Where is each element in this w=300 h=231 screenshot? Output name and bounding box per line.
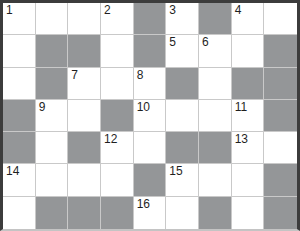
cell-r1c4-block	[134, 35, 167, 67]
cell-r2c5-block	[166, 68, 199, 100]
cell-r1c8-block	[264, 35, 297, 67]
cell-r2c1-block	[36, 68, 69, 100]
clue-number-15: 15	[169, 164, 182, 178]
cell-r5c5[interactable]: 15	[166, 164, 199, 196]
cell-r4c5-block	[166, 132, 199, 164]
clue-number-11: 11	[235, 100, 247, 114]
cell-r0c4-block	[134, 3, 167, 35]
cell-r0c7[interactable]: 4	[232, 3, 265, 35]
cell-r6c7[interactable]	[232, 197, 265, 229]
cell-r5c6[interactable]	[199, 164, 232, 196]
cell-r1c5[interactable]: 5	[166, 35, 199, 67]
clue-number-1: 1	[6, 3, 13, 17]
cell-r3c5[interactable]	[166, 100, 199, 132]
cell-r3c1[interactable]: 9	[36, 100, 69, 132]
cell-r5c7[interactable]	[232, 164, 265, 196]
cell-r2c8-block	[264, 68, 297, 100]
cell-r2c3[interactable]	[101, 68, 134, 100]
clue-number-8: 8	[137, 68, 144, 82]
crossword-grid: 12345678910111213141516	[0, 0, 300, 231]
cell-r2c0[interactable]	[3, 68, 36, 100]
cell-r2c4[interactable]: 8	[134, 68, 167, 100]
clue-number-5: 5	[169, 35, 176, 49]
clue-number-10: 10	[137, 100, 150, 114]
cell-r6c3-block	[101, 197, 134, 229]
clue-number-12: 12	[104, 132, 117, 146]
clue-number-13: 13	[235, 132, 248, 146]
cell-r4c2-block	[68, 132, 101, 164]
cell-r1c2-block	[68, 35, 101, 67]
cell-r3c8-block	[264, 100, 297, 132]
cell-r3c4[interactable]: 10	[134, 100, 167, 132]
cell-r0c2[interactable]	[68, 3, 101, 35]
cell-r4c8[interactable]	[264, 132, 297, 164]
cell-r5c1[interactable]	[36, 164, 69, 196]
cell-r1c1-block	[36, 35, 69, 67]
cell-r6c8-block	[264, 197, 297, 229]
clue-number-14: 14	[6, 164, 19, 178]
cell-r4c4[interactable]	[134, 132, 167, 164]
cell-r1c0[interactable]	[3, 35, 36, 67]
cell-r6c4[interactable]: 16	[134, 197, 167, 229]
cell-r3c3-block	[101, 100, 134, 132]
cell-r5c8-block	[264, 164, 297, 196]
cell-r3c6[interactable]	[199, 100, 232, 132]
cell-r6c2-block	[68, 197, 101, 229]
cell-r6c1-block	[36, 197, 69, 229]
cell-r6c0[interactable]	[3, 197, 36, 229]
cell-r1c7[interactable]	[232, 35, 265, 67]
clue-number-3: 3	[169, 3, 176, 17]
cell-r0c1[interactable]	[36, 3, 69, 35]
cell-r5c4-block	[134, 164, 167, 196]
cell-r5c3[interactable]	[101, 164, 134, 196]
cell-r2c6[interactable]	[199, 68, 232, 100]
cell-r5c0[interactable]: 14	[3, 164, 36, 196]
cell-r4c6-block	[199, 132, 232, 164]
cell-r4c7[interactable]: 13	[232, 132, 265, 164]
crossword-board: 12345678910111213141516	[0, 0, 300, 231]
cell-r3c2[interactable]	[68, 100, 101, 132]
cell-r3c7[interactable]: 11	[232, 100, 265, 132]
cell-r0c0[interactable]: 1	[3, 3, 36, 35]
cell-r4c0-block	[3, 132, 36, 164]
cell-r2c7-block	[232, 68, 265, 100]
clue-number-2: 2	[104, 3, 111, 17]
cell-r1c3[interactable]	[101, 35, 134, 67]
cell-r3c0-block	[3, 100, 36, 132]
clue-number-6: 6	[202, 35, 209, 49]
cell-r6c6-block	[199, 197, 232, 229]
cell-r0c5[interactable]: 3	[166, 3, 199, 35]
cell-r0c3[interactable]: 2	[101, 3, 134, 35]
clue-number-4: 4	[235, 3, 242, 17]
cell-r4c3[interactable]: 12	[101, 132, 134, 164]
cell-r2c2[interactable]: 7	[68, 68, 101, 100]
clue-number-7: 7	[71, 68, 78, 82]
clue-number-16: 16	[137, 197, 150, 211]
cell-r6c5[interactable]	[166, 197, 199, 229]
cell-r5c2[interactable]	[68, 164, 101, 196]
cell-r4c1[interactable]	[36, 132, 69, 164]
cell-r0c6-block	[199, 3, 232, 35]
clue-number-9: 9	[39, 100, 46, 114]
cell-r0c8[interactable]	[264, 3, 297, 35]
cell-r1c6[interactable]: 6	[199, 35, 232, 67]
